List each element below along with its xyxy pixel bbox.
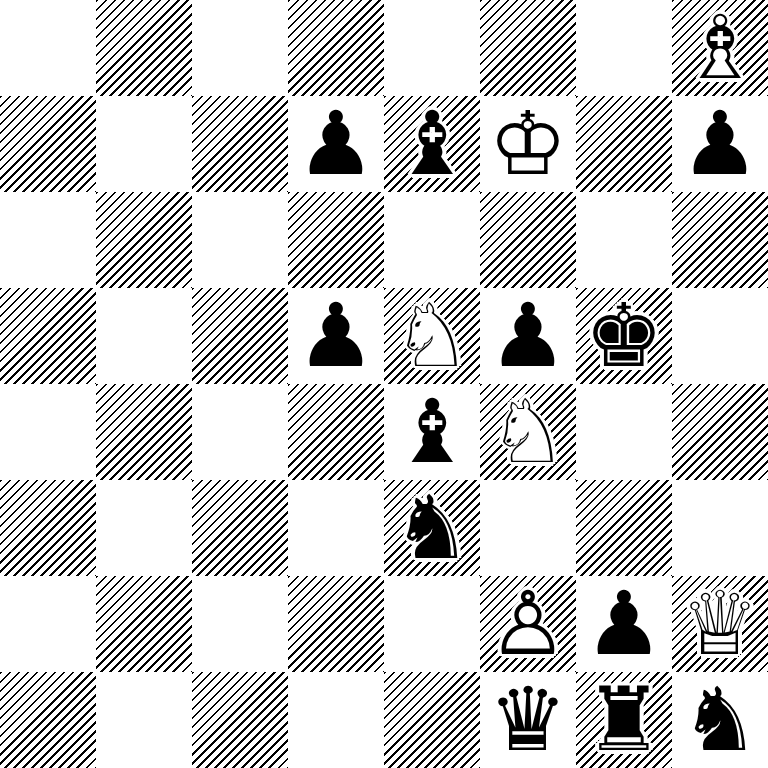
piece-black-knight-e3: ♞♞ bbox=[384, 480, 480, 576]
square-c7[interactable] bbox=[192, 96, 288, 192]
white-pawn-glyph: ♙ bbox=[480, 576, 576, 672]
piece-black-pawn-h7: ♟♟ bbox=[672, 96, 768, 192]
square-f6[interactable] bbox=[480, 192, 576, 288]
square-d6[interactable] bbox=[288, 192, 384, 288]
square-a3[interactable] bbox=[0, 480, 96, 576]
square-g5[interactable]: ♚♚ bbox=[576, 288, 672, 384]
square-d8[interactable] bbox=[288, 0, 384, 96]
square-h4[interactable] bbox=[672, 384, 768, 480]
square-h3[interactable] bbox=[672, 480, 768, 576]
square-a1[interactable] bbox=[0, 672, 96, 768]
square-e8[interactable] bbox=[384, 0, 480, 96]
piece-black-pawn-g2: ♟♟ bbox=[576, 576, 672, 672]
square-e6[interactable] bbox=[384, 192, 480, 288]
black-pawn-glyph: ♟ bbox=[576, 576, 672, 672]
piece-black-rook-g1: ♜♜ bbox=[576, 672, 672, 768]
square-c2[interactable] bbox=[192, 576, 288, 672]
square-f3[interactable] bbox=[480, 480, 576, 576]
square-g4[interactable] bbox=[576, 384, 672, 480]
square-h7[interactable]: ♟♟ bbox=[672, 96, 768, 192]
piece-white-queen-h2: ♛♕ bbox=[672, 576, 768, 672]
square-a8[interactable] bbox=[0, 0, 96, 96]
black-bishop-glyph: ♝ bbox=[384, 96, 480, 192]
square-b6[interactable] bbox=[96, 192, 192, 288]
white-knight-glyph: ♘ bbox=[480, 384, 576, 480]
square-g3[interactable] bbox=[576, 480, 672, 576]
square-e7[interactable]: ♝♝ bbox=[384, 96, 480, 192]
square-b5[interactable] bbox=[96, 288, 192, 384]
piece-white-bishop-h8: ♝♗ bbox=[672, 0, 768, 96]
square-e1[interactable] bbox=[384, 672, 480, 768]
white-king-glyph: ♔ bbox=[480, 96, 576, 192]
black-pawn-glyph: ♟ bbox=[288, 288, 384, 384]
square-f8[interactable] bbox=[480, 0, 576, 96]
square-d2[interactable] bbox=[288, 576, 384, 672]
square-f1[interactable]: ♛♛ bbox=[480, 672, 576, 768]
square-c1[interactable] bbox=[192, 672, 288, 768]
square-d5[interactable]: ♟♟ bbox=[288, 288, 384, 384]
white-knight-glyph: ♘ bbox=[384, 288, 480, 384]
square-a2[interactable] bbox=[0, 576, 96, 672]
piece-black-knight-h1: ♞♞ bbox=[672, 672, 768, 768]
black-king-glyph: ♚ bbox=[576, 288, 672, 384]
square-f4[interactable]: ♞♘ bbox=[480, 384, 576, 480]
white-queen-glyph: ♕ bbox=[672, 576, 768, 672]
square-d3[interactable] bbox=[288, 480, 384, 576]
square-g8[interactable] bbox=[576, 0, 672, 96]
square-c5[interactable] bbox=[192, 288, 288, 384]
square-b2[interactable] bbox=[96, 576, 192, 672]
square-e5[interactable]: ♞♘ bbox=[384, 288, 480, 384]
square-b8[interactable] bbox=[96, 0, 192, 96]
piece-black-bishop-e7: ♝♝ bbox=[384, 96, 480, 192]
piece-black-pawn-d5: ♟♟ bbox=[288, 288, 384, 384]
square-h8[interactable]: ♝♗ bbox=[672, 0, 768, 96]
square-d7[interactable]: ♟♟ bbox=[288, 96, 384, 192]
square-g1[interactable]: ♜♜ bbox=[576, 672, 672, 768]
black-knight-glyph: ♞ bbox=[384, 480, 480, 576]
piece-white-knight-f4: ♞♘ bbox=[480, 384, 576, 480]
black-pawn-glyph: ♟ bbox=[672, 96, 768, 192]
black-queen-glyph: ♛ bbox=[480, 672, 576, 768]
square-h6[interactable] bbox=[672, 192, 768, 288]
square-e2[interactable] bbox=[384, 576, 480, 672]
piece-black-pawn-d7: ♟♟ bbox=[288, 96, 384, 192]
chessboard-diagram: ♝♗♟♟♝♝♚♔♟♟♟♟♞♘♟♟♚♚♝♝♞♘♞♞♟♙♟♟♛♕♛♛♜♜♞♞ bbox=[0, 0, 768, 768]
square-c6[interactable] bbox=[192, 192, 288, 288]
square-c3[interactable] bbox=[192, 480, 288, 576]
square-b3[interactable] bbox=[96, 480, 192, 576]
square-d4[interactable] bbox=[288, 384, 384, 480]
square-f7[interactable]: ♚♔ bbox=[480, 96, 576, 192]
square-a7[interactable] bbox=[0, 96, 96, 192]
square-e3[interactable]: ♞♞ bbox=[384, 480, 480, 576]
square-b4[interactable] bbox=[96, 384, 192, 480]
square-f2[interactable]: ♟♙ bbox=[480, 576, 576, 672]
piece-white-knight-e5: ♞♘ bbox=[384, 288, 480, 384]
square-b1[interactable] bbox=[96, 672, 192, 768]
piece-white-pawn-f2: ♟♙ bbox=[480, 576, 576, 672]
black-pawn-glyph: ♟ bbox=[480, 288, 576, 384]
square-a5[interactable] bbox=[0, 288, 96, 384]
square-a6[interactable] bbox=[0, 192, 96, 288]
square-c8[interactable] bbox=[192, 0, 288, 96]
chessboard: ♝♗♟♟♝♝♚♔♟♟♟♟♞♘♟♟♚♚♝♝♞♘♞♞♟♙♟♟♛♕♛♛♜♜♞♞ bbox=[0, 0, 768, 768]
black-pawn-glyph: ♟ bbox=[288, 96, 384, 192]
square-a4[interactable] bbox=[0, 384, 96, 480]
black-knight-glyph: ♞ bbox=[672, 672, 768, 768]
black-bishop-glyph: ♝ bbox=[384, 384, 480, 480]
white-bishop-glyph: ♗ bbox=[672, 0, 768, 96]
square-h2[interactable]: ♛♕ bbox=[672, 576, 768, 672]
square-f5[interactable]: ♟♟ bbox=[480, 288, 576, 384]
piece-white-king-f7: ♚♔ bbox=[480, 96, 576, 192]
square-b7[interactable] bbox=[96, 96, 192, 192]
piece-black-bishop-e4: ♝♝ bbox=[384, 384, 480, 480]
square-g2[interactable]: ♟♟ bbox=[576, 576, 672, 672]
square-d1[interactable] bbox=[288, 672, 384, 768]
piece-black-pawn-f5: ♟♟ bbox=[480, 288, 576, 384]
square-h1[interactable]: ♞♞ bbox=[672, 672, 768, 768]
black-rook-glyph: ♜ bbox=[576, 672, 672, 768]
square-g7[interactable] bbox=[576, 96, 672, 192]
square-h5[interactable] bbox=[672, 288, 768, 384]
square-e4[interactable]: ♝♝ bbox=[384, 384, 480, 480]
piece-black-queen-f1: ♛♛ bbox=[480, 672, 576, 768]
square-g6[interactable] bbox=[576, 192, 672, 288]
piece-black-king-g5: ♚♚ bbox=[576, 288, 672, 384]
square-c4[interactable] bbox=[192, 384, 288, 480]
